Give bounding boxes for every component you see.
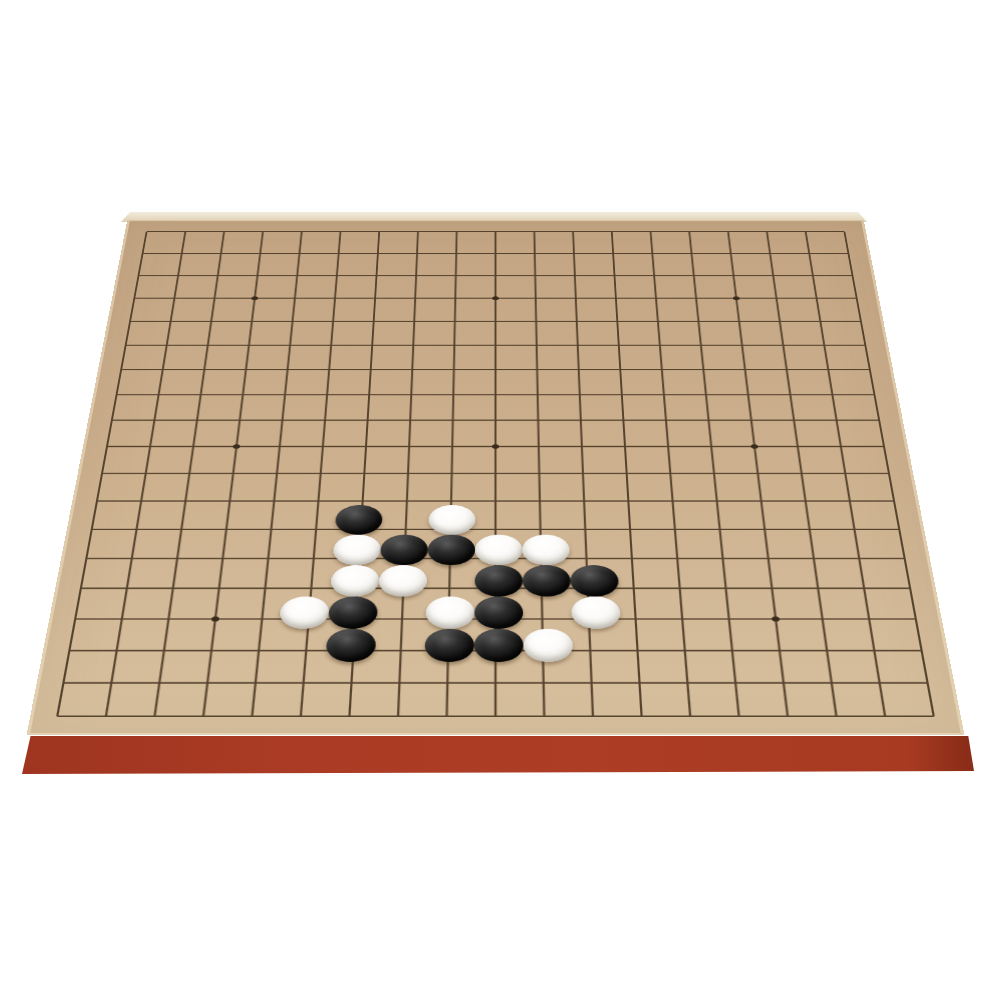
stone-white-r17c11 <box>523 628 573 661</box>
go-board <box>26 220 964 735</box>
stone-white-r16c6 <box>279 596 330 628</box>
stone-black-r16c7 <box>328 596 379 628</box>
stone-white-r14c7 <box>332 534 381 564</box>
stone-white-r14c11 <box>522 534 570 564</box>
stone-white-r16c9 <box>425 596 474 628</box>
stone-black-r15c12 <box>570 565 619 596</box>
stone-black-r15c11 <box>522 565 571 596</box>
stone-white-r15c8 <box>378 565 427 596</box>
stone-black-r17c9 <box>424 628 474 661</box>
stone-black-r15c10 <box>474 565 522 596</box>
stone-white-r15c7 <box>330 565 380 596</box>
stone-white-r13c9 <box>428 505 475 535</box>
stones-layer <box>30 221 962 733</box>
stone-black-r17c10 <box>474 628 524 661</box>
product-photo-scene <box>0 0 1000 1000</box>
stone-white-r16c12 <box>571 596 621 628</box>
stone-white-r14c10 <box>475 534 523 564</box>
board-front-edge <box>22 736 974 774</box>
stone-black-r14c9 <box>427 534 475 564</box>
stone-black-r13c7 <box>334 505 382 535</box>
stone-black-r14c8 <box>380 534 428 564</box>
stone-black-r16c10 <box>474 596 523 628</box>
stone-black-r17c7 <box>325 628 376 661</box>
